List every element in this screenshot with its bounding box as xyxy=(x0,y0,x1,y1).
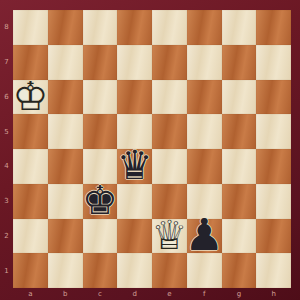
rank-label-6: 6 xyxy=(0,80,13,115)
square-a6[interactable]: ♚♔ xyxy=(13,80,48,115)
square-e4[interactable] xyxy=(152,149,187,184)
rank-label-3: 3 xyxy=(0,184,13,219)
square-e2[interactable]: ♛♕ xyxy=(152,219,187,254)
square-a1[interactable] xyxy=(13,253,48,288)
square-d5[interactable] xyxy=(117,114,152,149)
square-e7[interactable] xyxy=(152,45,187,80)
square-a5[interactable] xyxy=(13,114,48,149)
square-f5[interactable] xyxy=(187,114,222,149)
square-b4[interactable] xyxy=(48,149,83,184)
square-f2[interactable]: ♟ xyxy=(187,219,222,254)
file-label-h: h xyxy=(256,288,291,300)
rank-label-4: 4 xyxy=(0,149,13,184)
square-c1[interactable] xyxy=(83,253,118,288)
square-g5[interactable] xyxy=(222,114,257,149)
square-h8[interactable] xyxy=(256,10,291,45)
square-d6[interactable] xyxy=(117,80,152,115)
square-b3[interactable] xyxy=(48,184,83,219)
square-d3[interactable] xyxy=(117,184,152,219)
square-b6[interactable] xyxy=(48,80,83,115)
black-pawn[interactable]: ♟ xyxy=(184,213,223,257)
square-a2[interactable] xyxy=(13,219,48,254)
file-label-g: g xyxy=(222,288,257,300)
square-h2[interactable] xyxy=(256,219,291,254)
square-d8[interactable] xyxy=(117,10,152,45)
square-f8[interactable] xyxy=(187,10,222,45)
file-label-a: a xyxy=(13,288,48,300)
square-g1[interactable] xyxy=(222,253,257,288)
white-queen[interactable]: ♕ xyxy=(151,215,187,255)
file-label-b: b xyxy=(48,288,83,300)
rank-label-2: 2 xyxy=(0,219,13,254)
square-b8[interactable] xyxy=(48,10,83,45)
square-a3[interactable] xyxy=(13,184,48,219)
square-c7[interactable] xyxy=(83,45,118,80)
rank-label-5: 5 xyxy=(0,114,13,149)
square-e1[interactable] xyxy=(152,253,187,288)
square-c2[interactable] xyxy=(83,219,118,254)
black-king[interactable]: ♚ xyxy=(82,180,118,220)
white-queen-fill: ♛ xyxy=(151,215,187,255)
file-label-d: d xyxy=(117,288,152,300)
black-queen[interactable]: ♛ xyxy=(117,145,153,185)
square-e8[interactable] xyxy=(152,10,187,45)
square-b5[interactable] xyxy=(48,114,83,149)
square-g4[interactable] xyxy=(222,149,257,184)
square-d4[interactable]: ♛ xyxy=(117,149,152,184)
square-a7[interactable] xyxy=(13,45,48,80)
square-b2[interactable] xyxy=(48,219,83,254)
square-h3[interactable] xyxy=(256,184,291,219)
square-h7[interactable] xyxy=(256,45,291,80)
square-b7[interactable] xyxy=(48,45,83,80)
square-h6[interactable] xyxy=(256,80,291,115)
square-e5[interactable] xyxy=(152,114,187,149)
white-king-fill: ♚ xyxy=(12,76,48,116)
square-c8[interactable] xyxy=(83,10,118,45)
square-c3[interactable]: ♚ xyxy=(83,184,118,219)
square-b1[interactable] xyxy=(48,253,83,288)
white-king[interactable]: ♔ xyxy=(12,76,48,116)
square-e6[interactable] xyxy=(152,80,187,115)
square-a4[interactable] xyxy=(13,149,48,184)
file-label-f: f xyxy=(187,288,222,300)
square-d1[interactable] xyxy=(117,253,152,288)
square-f4[interactable] xyxy=(187,149,222,184)
chess-board: ♚♔♛♚♛♕♟ xyxy=(13,10,291,288)
square-d7[interactable] xyxy=(117,45,152,80)
square-d2[interactable] xyxy=(117,219,152,254)
square-g2[interactable] xyxy=(222,219,257,254)
file-label-e: e xyxy=(152,288,187,300)
rank-label-8: 8 xyxy=(0,10,13,45)
board-frame: ♚♔♛♚♛♕♟ 87654321abcdefgh xyxy=(0,0,300,300)
square-g6[interactable] xyxy=(222,80,257,115)
square-f1[interactable] xyxy=(187,253,222,288)
square-f6[interactable] xyxy=(187,80,222,115)
square-c5[interactable] xyxy=(83,114,118,149)
square-a8[interactable] xyxy=(13,10,48,45)
square-c4[interactable] xyxy=(83,149,118,184)
square-h1[interactable] xyxy=(256,253,291,288)
file-label-c: c xyxy=(83,288,118,300)
square-h5[interactable] xyxy=(256,114,291,149)
square-g7[interactable] xyxy=(222,45,257,80)
square-g8[interactable] xyxy=(222,10,257,45)
rank-label-7: 7 xyxy=(0,45,13,80)
square-g3[interactable] xyxy=(222,184,257,219)
rank-label-1: 1 xyxy=(0,253,13,288)
square-h4[interactable] xyxy=(256,149,291,184)
square-f3[interactable] xyxy=(187,184,222,219)
square-c6[interactable] xyxy=(83,80,118,115)
square-e3[interactable] xyxy=(152,184,187,219)
square-f7[interactable] xyxy=(187,45,222,80)
